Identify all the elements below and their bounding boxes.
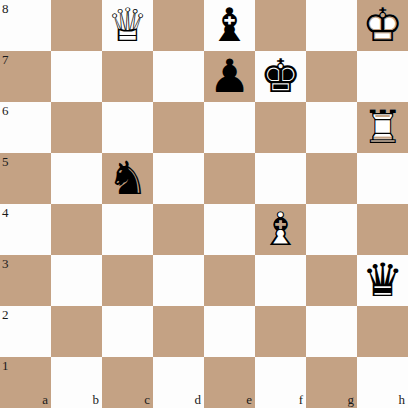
rank-label-6: 6 [2, 104, 9, 117]
rank-label-1: 1 [2, 359, 9, 372]
rank-label-2: 2 [2, 308, 9, 321]
piece-black-bishop[interactable]: ♝ [204, 0, 255, 51]
file-label-c: c [144, 393, 150, 406]
square-g7[interactable] [306, 51, 357, 102]
square-h5[interactable] [357, 153, 408, 204]
square-e6[interactable] [204, 102, 255, 153]
piece-white-rook[interactable]: ♜♖ [357, 102, 408, 153]
square-h8[interactable]: ♚♔ [357, 0, 408, 51]
square-f4[interactable]: ♝♗ [255, 204, 306, 255]
square-d6[interactable] [153, 102, 204, 153]
square-e5[interactable] [204, 153, 255, 204]
black-queen-icon: ♛ [357, 255, 408, 306]
white-bishop-outline-icon: ♗ [255, 204, 306, 255]
square-h1[interactable]: h [357, 357, 408, 408]
piece-black-pawn[interactable]: ♟ [204, 51, 255, 102]
square-d3[interactable] [153, 255, 204, 306]
black-bishop-icon: ♝ [204, 0, 255, 51]
square-c7[interactable] [102, 51, 153, 102]
file-label-h: h [399, 393, 406, 406]
file-label-f: f [299, 393, 303, 406]
piece-white-queen[interactable]: ♛♕ [102, 0, 153, 51]
square-b3[interactable] [51, 255, 102, 306]
square-f2[interactable] [255, 306, 306, 357]
square-g2[interactable] [306, 306, 357, 357]
rank-label-4: 4 [2, 206, 9, 219]
piece-black-knight[interactable]: ♞ [102, 153, 153, 204]
square-f5[interactable] [255, 153, 306, 204]
square-d7[interactable] [153, 51, 204, 102]
black-pawn-icon: ♟ [204, 51, 255, 102]
square-f1[interactable]: f [255, 357, 306, 408]
file-label-a: a [42, 393, 48, 406]
square-a5[interactable]: 5 [0, 153, 51, 204]
square-g4[interactable] [306, 204, 357, 255]
square-c4[interactable] [102, 204, 153, 255]
square-g1[interactable]: g [306, 357, 357, 408]
white-rook-outline-icon: ♖ [357, 102, 408, 153]
square-d8[interactable] [153, 0, 204, 51]
rank-label-3: 3 [2, 257, 9, 270]
square-c8[interactable]: ♛♕ [102, 0, 153, 51]
square-h6[interactable]: ♜♖ [357, 102, 408, 153]
square-g5[interactable] [306, 153, 357, 204]
square-a6[interactable]: 6 [0, 102, 51, 153]
square-e3[interactable] [204, 255, 255, 306]
file-label-g: g [348, 393, 355, 406]
square-c6[interactable] [102, 102, 153, 153]
rank-label-5: 5 [2, 155, 9, 168]
rank-label-7: 7 [2, 53, 9, 66]
square-c1[interactable]: c [102, 357, 153, 408]
piece-black-king[interactable]: ♚ [255, 51, 306, 102]
square-f6[interactable] [255, 102, 306, 153]
square-d1[interactable]: d [153, 357, 204, 408]
file-label-d: d [195, 393, 202, 406]
square-f3[interactable] [255, 255, 306, 306]
white-king-outline-icon: ♔ [357, 0, 408, 51]
square-b1[interactable]: b [51, 357, 102, 408]
square-h7[interactable] [357, 51, 408, 102]
black-knight-icon: ♞ [102, 153, 153, 204]
square-a7[interactable]: 7 [0, 51, 51, 102]
square-e2[interactable] [204, 306, 255, 357]
square-e8[interactable]: ♝ [204, 0, 255, 51]
square-b2[interactable] [51, 306, 102, 357]
square-f7[interactable]: ♚ [255, 51, 306, 102]
piece-white-king[interactable]: ♚♔ [357, 0, 408, 51]
black-king-icon: ♚ [255, 51, 306, 102]
file-label-e: e [246, 393, 252, 406]
square-g6[interactable] [306, 102, 357, 153]
white-queen-outline-icon: ♕ [102, 0, 153, 51]
square-b8[interactable] [51, 0, 102, 51]
square-e1[interactable]: e [204, 357, 255, 408]
square-a3[interactable]: 3 [0, 255, 51, 306]
square-h4[interactable] [357, 204, 408, 255]
piece-black-queen[interactable]: ♛ [357, 255, 408, 306]
square-h2[interactable] [357, 306, 408, 357]
square-e4[interactable] [204, 204, 255, 255]
square-a4[interactable]: 4 [0, 204, 51, 255]
square-b7[interactable] [51, 51, 102, 102]
square-b4[interactable] [51, 204, 102, 255]
square-d4[interactable] [153, 204, 204, 255]
square-c5[interactable]: ♞ [102, 153, 153, 204]
rank-label-8: 8 [2, 2, 9, 15]
square-g3[interactable] [306, 255, 357, 306]
square-f8[interactable] [255, 0, 306, 51]
square-a8[interactable]: 8 [0, 0, 51, 51]
square-c3[interactable] [102, 255, 153, 306]
square-g8[interactable] [306, 0, 357, 51]
square-c2[interactable] [102, 306, 153, 357]
square-a1[interactable]: 1a [0, 357, 51, 408]
square-e7[interactable]: ♟ [204, 51, 255, 102]
piece-white-bishop[interactable]: ♝♗ [255, 204, 306, 255]
file-label-b: b [93, 393, 100, 406]
square-h3[interactable]: ♛ [357, 255, 408, 306]
square-d2[interactable] [153, 306, 204, 357]
square-b5[interactable] [51, 153, 102, 204]
chess-board: 8♛♕♝♚♔7♟♚6♜♖5♞4♝♗3♛21abcdefgh [0, 0, 408, 408]
square-b6[interactable] [51, 102, 102, 153]
square-a2[interactable]: 2 [0, 306, 51, 357]
square-d5[interactable] [153, 153, 204, 204]
